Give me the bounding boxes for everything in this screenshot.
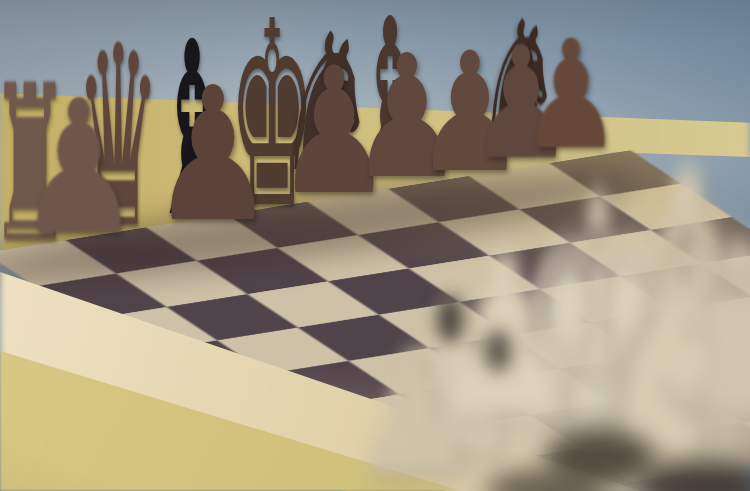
chess-photo-scene: ♜♛♝♚♞♝♞♟♟♟♟♟♟♟ ♚♝♜♞♟♟♟	[0, 0, 750, 491]
bokeh-blob	[635, 462, 750, 491]
bokeh-blob	[437, 295, 463, 343]
bokeh-blob	[485, 330, 511, 372]
blur-blobs-front	[0, 0, 750, 491]
